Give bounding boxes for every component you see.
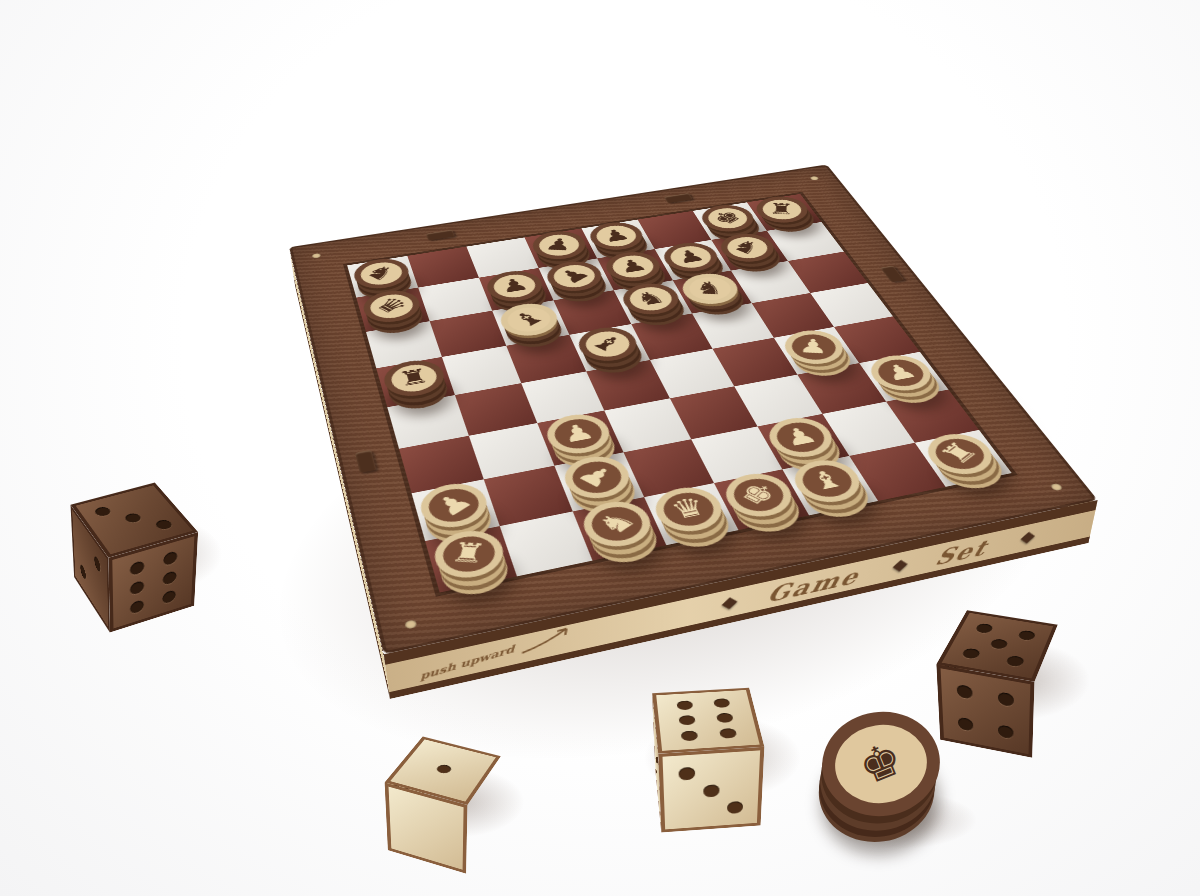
bishop-symbol-icon: ♝ bbox=[586, 331, 629, 356]
queen-symbol-icon: ♛ bbox=[370, 294, 413, 318]
square-g1[interactable] bbox=[849, 443, 945, 501]
die-face-front-right-3 bbox=[658, 747, 764, 833]
photo-backdrop: ♞♟♟♚♜♛♟♟♟♟♞♝♞♞♜♝♟♟♟♟♟♟♜♞♛♚♝♜ push upward bbox=[0, 0, 1200, 896]
square-a5[interactable] bbox=[376, 357, 455, 407]
offboard-piece-disc[interactable]: ♚ bbox=[815, 704, 946, 823]
square-e2[interactable] bbox=[691, 426, 782, 483]
die-pip bbox=[727, 801, 743, 814]
die-pip bbox=[679, 715, 696, 725]
die-pip bbox=[716, 713, 734, 723]
latch-block-icon[interactable] bbox=[664, 193, 693, 203]
die-pip bbox=[130, 580, 144, 596]
die-pip bbox=[998, 692, 1014, 708]
pawn-symbol-icon: ♟ bbox=[798, 336, 828, 356]
latch-block-icon[interactable] bbox=[355, 450, 376, 473]
die-pip bbox=[130, 560, 144, 576]
piece-light-knight-c1[interactable]: ♞ bbox=[577, 497, 659, 552]
rook-symbol-icon: ♜ bbox=[935, 438, 983, 468]
knight-symbol-icon: ♞ bbox=[633, 287, 669, 308]
clasp-peg-icon[interactable] bbox=[893, 560, 908, 572]
square-b2[interactable] bbox=[484, 466, 573, 526]
offboard-piece-symbol: ♚ bbox=[853, 733, 908, 791]
pawn-symbol-icon: ♟ bbox=[429, 488, 478, 521]
knight-symbol-icon: ♞ bbox=[591, 506, 641, 540]
corner-pin-icon bbox=[1050, 483, 1064, 491]
die-pip bbox=[1005, 655, 1025, 667]
die-left[interactable] bbox=[71, 483, 199, 558]
square-d2[interactable] bbox=[624, 439, 714, 497]
square-f2[interactable] bbox=[758, 414, 850, 469]
corner-pin-icon bbox=[312, 253, 321, 258]
square-e1[interactable] bbox=[714, 469, 809, 530]
corner-pin-icon bbox=[809, 176, 819, 181]
square-c4[interactable] bbox=[521, 371, 604, 423]
square-c2[interactable] bbox=[554, 452, 644, 511]
piece-light-rook-a1[interactable]: ♜ bbox=[429, 526, 509, 584]
square-b4[interactable] bbox=[455, 383, 537, 436]
pawn-symbol-icon: ♟ bbox=[673, 246, 708, 266]
die-pip bbox=[163, 551, 177, 567]
chess-board[interactable]: ♞♟♟♚♜♛♟♟♟♟♞♝♞♞♜♝♟♟♟♟♟♟♜♞♛♚♝♜ bbox=[347, 194, 1012, 593]
die-pip bbox=[80, 562, 86, 581]
rook-symbol-icon: ♜ bbox=[768, 201, 794, 217]
rook-symbol-icon: ♜ bbox=[448, 539, 489, 567]
die-pip bbox=[123, 512, 143, 524]
piece-light-pawn-a2[interactable]: ♟ bbox=[416, 479, 493, 533]
pawn-symbol-icon: ♟ bbox=[599, 226, 633, 245]
piece-light-king-e1[interactable]: ♚ bbox=[717, 469, 800, 522]
knight-symbol-icon: ♞ bbox=[695, 279, 724, 297]
die-pip bbox=[677, 700, 694, 710]
die-pip bbox=[154, 519, 174, 531]
pawn-symbol-icon: ♟ bbox=[543, 236, 573, 253]
die-pip bbox=[678, 766, 695, 780]
square-d1[interactable] bbox=[644, 483, 738, 545]
latch-block-icon[interactable] bbox=[426, 230, 455, 241]
pawn-symbol-icon: ♟ bbox=[615, 256, 650, 276]
die-face-front-right-4 bbox=[937, 664, 1035, 757]
die-pip bbox=[162, 589, 176, 604]
clasp-peg-icon[interactable] bbox=[721, 597, 737, 609]
die-pip bbox=[719, 728, 737, 739]
latch-block-icon[interactable] bbox=[880, 266, 904, 283]
square-d3[interactable] bbox=[604, 398, 691, 452]
die-pip bbox=[162, 570, 176, 586]
die-pip bbox=[703, 784, 719, 797]
king-symbol-icon: ♚ bbox=[734, 478, 782, 510]
piece-dark-rook-a5[interactable]: ♜ bbox=[380, 357, 449, 401]
piece-light-pawn-c2[interactable]: ♟ bbox=[558, 452, 637, 504]
die-pip bbox=[131, 599, 145, 614]
knight-symbol-icon: ♞ bbox=[727, 236, 766, 257]
die-pip bbox=[94, 554, 100, 575]
square-b3[interactable] bbox=[469, 423, 555, 479]
clasp-peg-icon[interactable] bbox=[1021, 532, 1035, 544]
square-c3[interactable] bbox=[537, 411, 623, 466]
square-h1[interactable] bbox=[915, 430, 1012, 487]
die-pip bbox=[957, 684, 973, 700]
bishop-symbol-icon: ♝ bbox=[805, 466, 849, 495]
corner-pin-icon bbox=[404, 619, 417, 629]
square-g3[interactable] bbox=[797, 363, 886, 414]
square-f3[interactable] bbox=[734, 375, 822, 427]
square-a2[interactable] bbox=[412, 479, 500, 541]
die-pip bbox=[998, 724, 1014, 739]
die-pip bbox=[989, 638, 1009, 650]
piece-light-pawn-f2[interactable]: ♟ bbox=[761, 413, 841, 461]
queen-symbol-icon: ♛ bbox=[667, 493, 710, 523]
bishop-symbol-icon: ♝ bbox=[507, 307, 550, 331]
square-h2[interactable] bbox=[886, 390, 979, 443]
die-pip bbox=[93, 506, 113, 517]
square-a4[interactable] bbox=[387, 395, 469, 449]
die-pip bbox=[1017, 629, 1036, 640]
die-pip bbox=[435, 764, 453, 775]
offboard-piece[interactable]: ♚ bbox=[822, 712, 940, 816]
rook-symbol-icon: ♜ bbox=[396, 365, 432, 389]
pawn-symbol-icon: ♟ bbox=[497, 275, 531, 296]
square-a1[interactable] bbox=[425, 526, 517, 592]
pawn-symbol-icon: ♟ bbox=[779, 423, 821, 450]
piece-light-bishop-f1[interactable]: ♝ bbox=[786, 455, 870, 507]
square-b1[interactable] bbox=[500, 511, 593, 576]
die-pip bbox=[961, 647, 981, 659]
square-a3[interactable] bbox=[399, 436, 484, 494]
square-f1[interactable] bbox=[782, 456, 878, 515]
square-g2[interactable] bbox=[822, 402, 914, 456]
pawn-symbol-icon: ♟ bbox=[558, 420, 597, 447]
pawn-symbol-icon: ♟ bbox=[554, 264, 595, 286]
die-center[interactable] bbox=[652, 688, 764, 754]
die-pip bbox=[958, 717, 973, 732]
die-face-top-6 bbox=[652, 688, 764, 754]
square-d4[interactable] bbox=[586, 360, 670, 411]
knight-symbol-icon: ♞ bbox=[360, 262, 401, 284]
piece-light-pawn-c3[interactable]: ♟ bbox=[541, 410, 617, 458]
die-pip bbox=[974, 623, 993, 634]
pawn-symbol-icon: ♟ bbox=[880, 360, 921, 384]
die-pip bbox=[681, 731, 699, 742]
piece-light-queen-d1[interactable]: ♛ bbox=[648, 483, 731, 537]
square-c1[interactable] bbox=[573, 497, 667, 560]
square-e3[interactable] bbox=[670, 386, 758, 439]
piece-light-rook-h1[interactable]: ♜ bbox=[918, 429, 1003, 479]
pawn-symbol-icon: ♟ bbox=[572, 461, 620, 492]
die-pip bbox=[713, 698, 730, 708]
king-symbol-icon: ♚ bbox=[708, 208, 747, 228]
